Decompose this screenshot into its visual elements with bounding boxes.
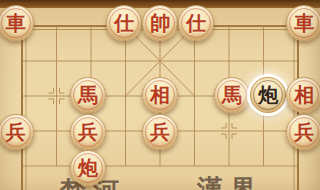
- piece-red-advisor[interactable]: 仕: [178, 5, 214, 41]
- piece-red-cannon[interactable]: 炮: [70, 150, 106, 186]
- piece-red-advisor[interactable]: 仕: [106, 5, 142, 41]
- piece-red-soldier[interactable]: 兵: [70, 114, 106, 150]
- piece-red-soldier[interactable]: 兵: [286, 114, 320, 150]
- piece-red-soldier[interactable]: 兵: [142, 114, 178, 150]
- piece-red-chariot[interactable]: 車: [0, 5, 34, 41]
- piece-red-elephant[interactable]: 相: [286, 77, 320, 113]
- piece-red-soldier[interactable]: 兵: [0, 114, 34, 150]
- river-label-han-jie: 漢界: [197, 172, 263, 190]
- piece-red-chariot[interactable]: 車: [286, 5, 320, 41]
- piece-red-general[interactable]: 帥: [142, 5, 178, 41]
- xiangqi-board-screen: 楚河 漢界 車仕帥仕車馬相馬炮相兵兵兵兵炮: [0, 0, 320, 190]
